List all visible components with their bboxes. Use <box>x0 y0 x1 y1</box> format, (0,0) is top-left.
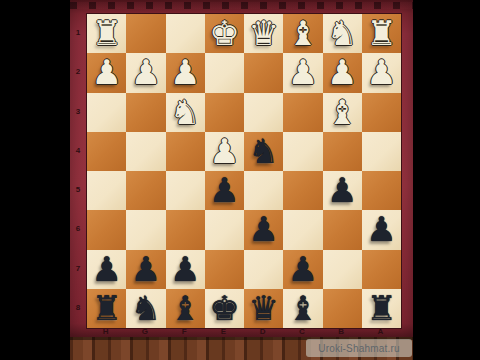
square-f5[interactable] <box>166 171 205 210</box>
square-e7[interactable] <box>205 250 244 289</box>
rank-label-3: 3 <box>70 92 86 131</box>
square-g4[interactable] <box>126 132 165 171</box>
file-label-h: H <box>86 326 125 337</box>
file-labels: HGFEDCBA <box>86 326 400 337</box>
frame-top-decoration <box>70 2 413 9</box>
rank-label-4: 4 <box>70 131 86 170</box>
file-label-g: G <box>125 326 164 337</box>
file-label-f: F <box>165 326 204 337</box>
rank-label-1: 1 <box>70 13 86 52</box>
square-a2[interactable]: ♟ <box>362 53 401 92</box>
watermark: Uroki-Shahmat.ru <box>306 339 412 357</box>
square-h7[interactable]: ♟ <box>87 250 126 289</box>
black-bishop: ♝ <box>288 289 318 328</box>
square-f7[interactable]: ♟ <box>166 250 205 289</box>
white-pawn: ♟ <box>327 53 357 92</box>
black-knight: ♞ <box>248 132 278 171</box>
file-label-a: A <box>361 326 400 337</box>
square-e1[interactable]: ♚ <box>205 14 244 53</box>
black-pawn: ♟ <box>248 210 278 249</box>
square-a4[interactable] <box>362 132 401 171</box>
square-d6[interactable]: ♟ <box>244 210 283 249</box>
square-b2[interactable]: ♟ <box>323 53 362 92</box>
square-a6[interactable]: ♟ <box>362 210 401 249</box>
square-d1[interactable]: ♛ <box>244 14 283 53</box>
rank-labels: 12345678 <box>70 13 86 327</box>
letterbox-left <box>0 0 70 360</box>
white-pawn: ♟ <box>209 132 239 171</box>
black-bishop: ♝ <box>170 289 200 328</box>
black-pawn: ♟ <box>209 171 239 210</box>
black-pawn: ♟ <box>288 250 318 289</box>
square-g5[interactable] <box>126 171 165 210</box>
black-knight: ♞ <box>131 289 161 328</box>
white-knight: ♞ <box>327 14 357 53</box>
square-b1[interactable]: ♞ <box>323 14 362 53</box>
rank-label-2: 2 <box>70 52 86 91</box>
square-f1[interactable] <box>166 14 205 53</box>
white-pawn: ♟ <box>288 53 318 92</box>
file-label-b: B <box>322 326 361 337</box>
square-c2[interactable]: ♟ <box>283 53 322 92</box>
square-b7[interactable] <box>323 250 362 289</box>
black-pawn: ♟ <box>366 210 396 249</box>
square-h5[interactable] <box>87 171 126 210</box>
square-e4[interactable]: ♟ <box>205 132 244 171</box>
square-g1[interactable] <box>126 14 165 53</box>
square-b4[interactable] <box>323 132 362 171</box>
file-label-c: C <box>282 326 321 337</box>
square-h3[interactable] <box>87 93 126 132</box>
black-queen: ♛ <box>248 289 278 328</box>
white-queen: ♛ <box>248 14 278 53</box>
square-g6[interactable] <box>126 210 165 249</box>
white-rook: ♜ <box>366 14 396 53</box>
square-d3[interactable] <box>244 93 283 132</box>
black-pawn: ♟ <box>170 250 200 289</box>
square-e2[interactable] <box>205 53 244 92</box>
square-h1[interactable]: ♜ <box>87 14 126 53</box>
square-h6[interactable] <box>87 210 126 249</box>
white-pawn: ♟ <box>131 53 161 92</box>
file-label-e: E <box>204 326 243 337</box>
square-f6[interactable] <box>166 210 205 249</box>
square-g7[interactable]: ♟ <box>126 250 165 289</box>
rank-label-8: 8 <box>70 288 86 327</box>
black-pawn: ♟ <box>131 250 161 289</box>
square-c8[interactable]: ♝ <box>283 289 322 328</box>
square-c4[interactable] <box>283 132 322 171</box>
square-b5[interactable]: ♟ <box>323 171 362 210</box>
square-c6[interactable] <box>283 210 322 249</box>
square-e6[interactable] <box>205 210 244 249</box>
square-d4[interactable]: ♞ <box>244 132 283 171</box>
square-f4[interactable] <box>166 132 205 171</box>
square-a3[interactable] <box>362 93 401 132</box>
square-g2[interactable]: ♟ <box>126 53 165 92</box>
square-a7[interactable] <box>362 250 401 289</box>
square-c1[interactable]: ♝ <box>283 14 322 53</box>
square-e8[interactable]: ♚ <box>205 289 244 328</box>
square-f3[interactable]: ♞ <box>166 93 205 132</box>
white-pawn: ♟ <box>91 53 121 92</box>
black-pawn: ♟ <box>327 171 357 210</box>
video-frame: 12345678 ♜♚♛♝♞♜♟♟♟♟♟♟♞♝♟♞♟♟♟♟♟♟♟♟♜♞♝♚♛♝♜… <box>0 0 480 360</box>
square-d2[interactable] <box>244 53 283 92</box>
square-c3[interactable] <box>283 93 322 132</box>
square-g8[interactable]: ♞ <box>126 289 165 328</box>
square-d8[interactable]: ♛ <box>244 289 283 328</box>
square-b8[interactable] <box>323 289 362 328</box>
file-label-d: D <box>243 326 282 337</box>
rank-label-7: 7 <box>70 249 86 288</box>
square-h8[interactable]: ♜ <box>87 289 126 328</box>
square-f2[interactable]: ♟ <box>166 53 205 92</box>
square-e3[interactable] <box>205 93 244 132</box>
rank-label-6: 6 <box>70 209 86 248</box>
white-rook: ♜ <box>91 14 121 53</box>
rank-label-5: 5 <box>70 170 86 209</box>
white-bishop: ♝ <box>288 14 318 53</box>
square-a1[interactable]: ♜ <box>362 14 401 53</box>
board: ♜♚♛♝♞♜♟♟♟♟♟♟♞♝♟♞♟♟♟♟♟♟♟♟♜♞♝♚♛♝♜ <box>86 13 402 329</box>
letterbox-right <box>413 0 480 360</box>
black-rook: ♜ <box>91 289 121 328</box>
square-b3[interactable]: ♝ <box>323 93 362 132</box>
square-h4[interactable] <box>87 132 126 171</box>
square-b6[interactable] <box>323 210 362 249</box>
white-king: ♚ <box>209 14 239 53</box>
square-d7[interactable] <box>244 250 283 289</box>
watermark-text: Uroki-Shahmat.ru <box>318 343 400 354</box>
chess-scene: 12345678 ♜♚♛♝♞♜♟♟♟♟♟♟♞♝♟♞♟♟♟♟♟♟♟♟♜♞♝♚♛♝♜… <box>70 0 413 360</box>
black-king: ♚ <box>209 289 239 328</box>
square-f8[interactable]: ♝ <box>166 289 205 328</box>
square-a8[interactable]: ♜ <box>362 289 401 328</box>
square-a5[interactable] <box>362 171 401 210</box>
white-bishop: ♝ <box>327 93 357 132</box>
square-d5[interactable] <box>244 171 283 210</box>
square-c5[interactable] <box>283 171 322 210</box>
square-c7[interactable]: ♟ <box>283 250 322 289</box>
white-pawn: ♟ <box>366 53 396 92</box>
black-pawn: ♟ <box>91 250 121 289</box>
square-h2[interactable]: ♟ <box>87 53 126 92</box>
white-pawn: ♟ <box>170 53 200 92</box>
white-knight: ♞ <box>170 93 200 132</box>
square-g3[interactable] <box>126 93 165 132</box>
square-e5[interactable]: ♟ <box>205 171 244 210</box>
black-rook: ♜ <box>366 289 396 328</box>
